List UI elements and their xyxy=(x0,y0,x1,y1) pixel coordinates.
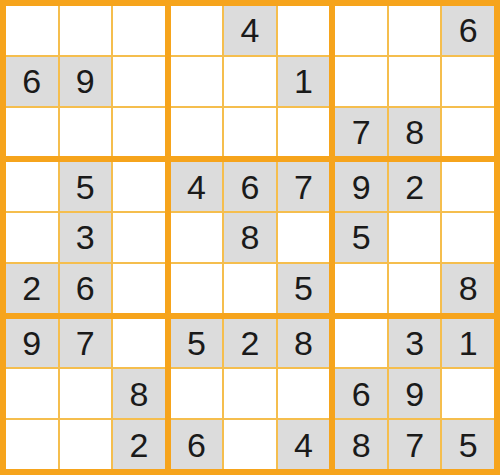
cell-r7c8: 3 xyxy=(389,319,441,368)
cell-r6c1: 2 xyxy=(6,264,58,313)
cell-r4c2: 5 xyxy=(60,162,112,211)
sudoku-box-6: 9258 xyxy=(335,162,494,312)
cell-r7c2: 7 xyxy=(60,319,112,368)
sudoku-app: 694167853264678592589782528643169875 xyxy=(0,0,500,475)
cell-r9c7: 8 xyxy=(335,420,387,469)
cell-r6c4[interactable] xyxy=(171,264,223,313)
cell-r8c9[interactable] xyxy=(442,369,494,418)
cell-r6c2: 6 xyxy=(60,264,112,313)
cell-r3c3[interactable] xyxy=(113,108,165,157)
cell-r3c2[interactable] xyxy=(60,108,112,157)
cell-r1c5: 4 xyxy=(224,6,276,55)
cell-r8c2[interactable] xyxy=(60,369,112,418)
cell-r4c3[interactable] xyxy=(113,162,165,211)
cell-r8c1[interactable] xyxy=(6,369,58,418)
cell-r1c8[interactable] xyxy=(389,6,441,55)
cell-r6c5[interactable] xyxy=(224,264,276,313)
cell-r3c7: 7 xyxy=(335,108,387,157)
cell-r9c9: 5 xyxy=(442,420,494,469)
cell-r7c7[interactable] xyxy=(335,319,387,368)
cell-r8c8: 9 xyxy=(389,369,441,418)
cell-r1c1[interactable] xyxy=(6,6,58,55)
cell-r3c1[interactable] xyxy=(6,108,58,157)
cell-r8c3: 8 xyxy=(113,369,165,418)
cell-r6c9: 8 xyxy=(442,264,494,313)
cell-r1c4[interactable] xyxy=(171,6,223,55)
cell-r6c7[interactable] xyxy=(335,264,387,313)
cell-r7c4: 5 xyxy=(171,319,223,368)
cell-r4c8: 2 xyxy=(389,162,441,211)
cell-r8c4[interactable] xyxy=(171,369,223,418)
cell-r8c7: 6 xyxy=(335,369,387,418)
cell-r5c9[interactable] xyxy=(442,213,494,262)
cell-r4c9[interactable] xyxy=(442,162,494,211)
cell-r6c8[interactable] xyxy=(389,264,441,313)
cell-r5c7: 5 xyxy=(335,213,387,262)
sudoku-box-5: 46785 xyxy=(171,162,330,312)
cell-r2c9[interactable] xyxy=(442,57,494,106)
sudoku-box-8: 52864 xyxy=(171,319,330,469)
cell-r3c5[interactable] xyxy=(224,108,276,157)
cell-r2c3[interactable] xyxy=(113,57,165,106)
cell-r8c6[interactable] xyxy=(278,369,330,418)
sudoku-box-2: 41 xyxy=(171,6,330,156)
sudoku-box-3: 678 xyxy=(335,6,494,156)
cell-r3c6[interactable] xyxy=(278,108,330,157)
cell-r7c9: 1 xyxy=(442,319,494,368)
cell-r9c6: 4 xyxy=(278,420,330,469)
cell-r4c7: 9 xyxy=(335,162,387,211)
cell-r9c3: 2 xyxy=(113,420,165,469)
cell-r5c5: 8 xyxy=(224,213,276,262)
cell-r9c1[interactable] xyxy=(6,420,58,469)
cell-r6c6: 5 xyxy=(278,264,330,313)
cell-r1c7[interactable] xyxy=(335,6,387,55)
sudoku-box-9: 3169875 xyxy=(335,319,494,469)
cell-r2c6: 1 xyxy=(278,57,330,106)
cell-r1c2[interactable] xyxy=(60,6,112,55)
cell-r2c8[interactable] xyxy=(389,57,441,106)
cell-r4c5: 6 xyxy=(224,162,276,211)
cell-r9c2[interactable] xyxy=(60,420,112,469)
cell-r5c6[interactable] xyxy=(278,213,330,262)
cell-r5c4[interactable] xyxy=(171,213,223,262)
cell-r7c6: 8 xyxy=(278,319,330,368)
cell-r5c8[interactable] xyxy=(389,213,441,262)
cell-r2c7[interactable] xyxy=(335,57,387,106)
cell-r4c6: 7 xyxy=(278,162,330,211)
cell-r2c1: 6 xyxy=(6,57,58,106)
cell-r1c3[interactable] xyxy=(113,6,165,55)
cell-r7c5: 2 xyxy=(224,319,276,368)
sudoku-board: 694167853264678592589782528643169875 xyxy=(0,0,500,475)
cell-r7c3[interactable] xyxy=(113,319,165,368)
cell-r2c5[interactable] xyxy=(224,57,276,106)
cell-r7c1: 9 xyxy=(6,319,58,368)
cell-r1c9: 6 xyxy=(442,6,494,55)
cell-r9c5[interactable] xyxy=(224,420,276,469)
cell-r4c4: 4 xyxy=(171,162,223,211)
cell-r6c3[interactable] xyxy=(113,264,165,313)
sudoku-box-4: 5326 xyxy=(6,162,165,312)
cell-r9c8: 7 xyxy=(389,420,441,469)
cell-r2c2: 9 xyxy=(60,57,112,106)
cell-r3c4[interactable] xyxy=(171,108,223,157)
sudoku-box-1: 69 xyxy=(6,6,165,156)
cell-r9c4: 6 xyxy=(171,420,223,469)
cell-r1c6[interactable] xyxy=(278,6,330,55)
sudoku-box-7: 9782 xyxy=(6,319,165,469)
cell-r2c4[interactable] xyxy=(171,57,223,106)
cell-r5c3[interactable] xyxy=(113,213,165,262)
cell-r4c1[interactable] xyxy=(6,162,58,211)
cell-r8c5[interactable] xyxy=(224,369,276,418)
cell-r5c1[interactable] xyxy=(6,213,58,262)
cell-r3c8: 8 xyxy=(389,108,441,157)
cell-r5c2: 3 xyxy=(60,213,112,262)
cell-r3c9[interactable] xyxy=(442,108,494,157)
